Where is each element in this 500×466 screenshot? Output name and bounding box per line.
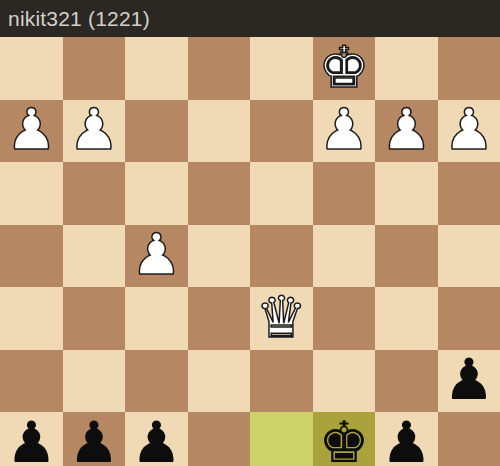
white-pawn: ♟	[443, 101, 494, 158]
square-g4[interactable]	[63, 225, 126, 288]
black-pawn: ♟	[6, 414, 57, 466]
square-b3[interactable]	[375, 162, 438, 225]
square-g5[interactable]	[63, 287, 126, 350]
opponent-name: nikit321 (1221)	[8, 7, 150, 31]
square-d2[interactable]	[250, 100, 313, 163]
black-pawn: ♟	[68, 414, 119, 466]
white-pawn: ♟	[318, 101, 369, 158]
square-f4[interactable]: ♟	[125, 225, 188, 288]
square-b4[interactable]	[375, 225, 438, 288]
white-pawn: ♟	[68, 101, 119, 158]
white-pawn: ♟	[381, 101, 432, 158]
square-e1[interactable]	[188, 37, 251, 100]
square-h7[interactable]: ♟	[0, 412, 63, 466]
square-g2[interactable]: ♟	[63, 100, 126, 163]
square-e4[interactable]	[188, 225, 251, 288]
white-king: ♚	[318, 39, 369, 96]
square-c1[interactable]: ♚	[313, 37, 376, 100]
white-pawn: ♟	[131, 226, 182, 283]
square-e6[interactable]	[188, 350, 251, 413]
square-c6[interactable]	[313, 350, 376, 413]
white-pawn: ♟	[6, 101, 57, 158]
square-a5[interactable]	[438, 287, 500, 350]
square-h2[interactable]: ♟	[0, 100, 63, 163]
black-king: ♚	[318, 414, 369, 466]
square-f3[interactable]	[125, 162, 188, 225]
white-queen: ♛	[256, 289, 307, 346]
square-h6[interactable]	[0, 350, 63, 413]
square-h5[interactable]	[0, 287, 63, 350]
square-g7[interactable]: ♟	[63, 412, 126, 466]
chess-board: ♚♟♟♟♟♟♟♛♟♟♟♟♚♟	[0, 37, 500, 466]
black-pawn: ♟	[381, 414, 432, 466]
square-g6[interactable]	[63, 350, 126, 413]
square-h4[interactable]	[0, 225, 63, 288]
square-a1[interactable]	[438, 37, 500, 100]
square-a7[interactable]	[438, 412, 500, 466]
square-h3[interactable]	[0, 162, 63, 225]
square-a4[interactable]	[438, 225, 500, 288]
black-pawn: ♟	[131, 414, 182, 466]
square-b5[interactable]	[375, 287, 438, 350]
square-a3[interactable]	[438, 162, 500, 225]
square-b1[interactable]	[375, 37, 438, 100]
black-pawn: ♟	[443, 351, 494, 408]
square-g1[interactable]	[63, 37, 126, 100]
square-c4[interactable]	[313, 225, 376, 288]
square-g3[interactable]	[63, 162, 126, 225]
square-c3[interactable]	[313, 162, 376, 225]
square-b7[interactable]: ♟	[375, 412, 438, 466]
square-c5[interactable]	[313, 287, 376, 350]
square-h1[interactable]	[0, 37, 63, 100]
square-f2[interactable]	[125, 100, 188, 163]
square-d4[interactable]	[250, 225, 313, 288]
square-e5[interactable]	[188, 287, 251, 350]
square-f1[interactable]	[125, 37, 188, 100]
square-b2[interactable]: ♟	[375, 100, 438, 163]
square-d5[interactable]: ♛	[250, 287, 313, 350]
square-d3[interactable]	[250, 162, 313, 225]
square-e7[interactable]	[188, 412, 251, 466]
square-a6[interactable]: ♟	[438, 350, 500, 413]
square-d7[interactable]	[250, 412, 313, 466]
square-d1[interactable]	[250, 37, 313, 100]
square-f7[interactable]: ♟	[125, 412, 188, 466]
square-f5[interactable]	[125, 287, 188, 350]
square-d6[interactable]	[250, 350, 313, 413]
square-e3[interactable]	[188, 162, 251, 225]
square-a2[interactable]: ♟	[438, 100, 500, 163]
square-c2[interactable]: ♟	[313, 100, 376, 163]
square-c7[interactable]: ♚	[313, 412, 376, 466]
square-b6[interactable]	[375, 350, 438, 413]
square-f6[interactable]	[125, 350, 188, 413]
square-e2[interactable]	[188, 100, 251, 163]
opponent-bar: nikit321 (1221)	[0, 0, 500, 37]
